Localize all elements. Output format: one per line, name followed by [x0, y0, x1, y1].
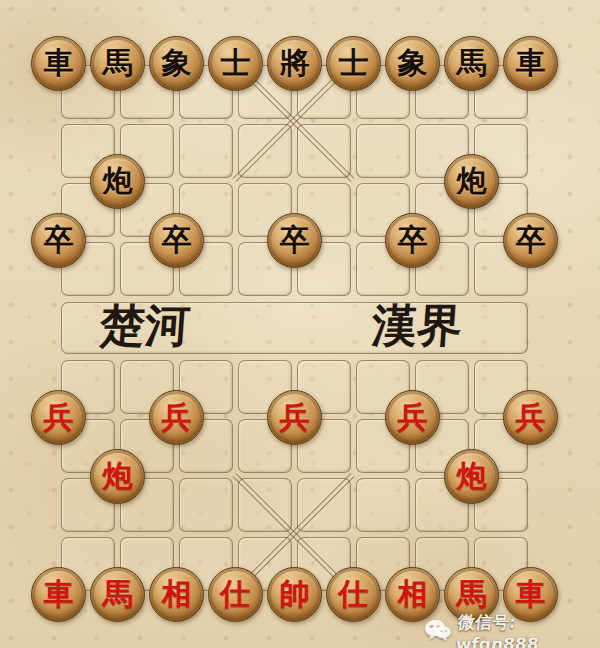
- piece-glyph: 馬: [103, 48, 133, 78]
- xiangqi-board: 楚河 漢界 車馬象士將士象馬車炮炮卒卒卒卒卒兵兵兵兵兵炮炮車馬相仕帥仕相馬車 微…: [0, 0, 600, 648]
- piece-glyph: 車: [44, 579, 74, 609]
- piece-glyph: 馬: [103, 579, 133, 609]
- piece-black-general[interactable]: 將: [267, 36, 322, 91]
- piece-black-chariot[interactable]: 車: [503, 36, 558, 91]
- piece-glyph: 炮: [457, 166, 487, 196]
- piece-glyph: 卒: [44, 225, 74, 255]
- piece-glyph: 象: [162, 48, 192, 78]
- piece-black-elephant[interactable]: 象: [385, 36, 440, 91]
- piece-red-soldier[interactable]: 兵: [385, 390, 440, 445]
- piece-glyph: 仕: [221, 579, 251, 609]
- piece-red-advisor[interactable]: 仕: [208, 567, 263, 622]
- piece-glyph: 士: [339, 48, 369, 78]
- piece-black-elephant[interactable]: 象: [149, 36, 204, 91]
- wechat-icon: [423, 619, 453, 646]
- piece-black-horse[interactable]: 馬: [90, 36, 145, 91]
- piece-glyph: 馬: [457, 48, 487, 78]
- piece-glyph: 仕: [339, 579, 369, 609]
- piece-black-advisor[interactable]: 士: [208, 36, 263, 91]
- piece-glyph: 兵: [44, 402, 74, 432]
- piece-black-horse[interactable]: 馬: [444, 36, 499, 91]
- piece-glyph: 車: [516, 48, 546, 78]
- piece-glyph: 馬: [457, 579, 487, 609]
- piece-red-soldier[interactable]: 兵: [149, 390, 204, 445]
- piece-glyph: 卒: [516, 225, 546, 255]
- piece-red-general[interactable]: 帥: [267, 567, 322, 622]
- watermark-text: 微信号: wfqn888: [455, 611, 600, 648]
- piece-glyph: 卒: [280, 225, 310, 255]
- piece-black-soldier[interactable]: 卒: [267, 213, 322, 268]
- piece-black-soldier[interactable]: 卒: [31, 213, 86, 268]
- piece-glyph: 兵: [516, 402, 546, 432]
- watermark: 微信号: wfqn888: [422, 611, 600, 648]
- river-label-right: 漢界: [370, 303, 488, 348]
- piece-black-cannon[interactable]: 炮: [444, 154, 499, 209]
- piece-glyph: 炮: [103, 166, 133, 196]
- piece-red-soldier[interactable]: 兵: [503, 390, 558, 445]
- piece-red-advisor[interactable]: 仕: [326, 567, 381, 622]
- piece-glyph: 士: [221, 48, 251, 78]
- piece-glyph: 兵: [162, 402, 192, 432]
- piece-red-elephant[interactable]: 相: [149, 567, 204, 622]
- piece-black-cannon[interactable]: 炮: [90, 154, 145, 209]
- piece-red-soldier[interactable]: 兵: [267, 390, 322, 445]
- piece-glyph: 相: [162, 579, 192, 609]
- piece-black-chariot[interactable]: 車: [31, 36, 86, 91]
- piece-black-soldier[interactable]: 卒: [503, 213, 558, 268]
- piece-black-soldier[interactable]: 卒: [385, 213, 440, 268]
- piece-red-chariot[interactable]: 車: [31, 567, 86, 622]
- piece-glyph: 車: [516, 579, 546, 609]
- river-label-left: 楚河: [98, 303, 219, 348]
- piece-glyph: 炮: [457, 461, 487, 491]
- piece-glyph: 車: [44, 48, 74, 78]
- piece-glyph: 相: [398, 579, 428, 609]
- piece-black-advisor[interactable]: 士: [326, 36, 381, 91]
- piece-glyph: 炮: [103, 461, 133, 491]
- piece-red-horse[interactable]: 馬: [90, 567, 145, 622]
- piece-glyph: 將: [280, 48, 310, 78]
- river-right-text: 漢界: [370, 303, 463, 348]
- piece-glyph: 象: [398, 48, 428, 78]
- piece-glyph: 兵: [280, 402, 310, 432]
- piece-black-soldier[interactable]: 卒: [149, 213, 204, 268]
- piece-red-cannon[interactable]: 炮: [444, 449, 499, 504]
- piece-red-soldier[interactable]: 兵: [31, 390, 86, 445]
- piece-red-cannon[interactable]: 炮: [90, 449, 145, 504]
- piece-glyph: 帥: [280, 579, 310, 609]
- piece-glyph: 卒: [162, 225, 192, 255]
- river-left-text: 楚河: [98, 303, 191, 348]
- palace-diagonals: [0, 0, 600, 648]
- piece-glyph: 兵: [398, 402, 428, 432]
- piece-glyph: 卒: [398, 225, 428, 255]
